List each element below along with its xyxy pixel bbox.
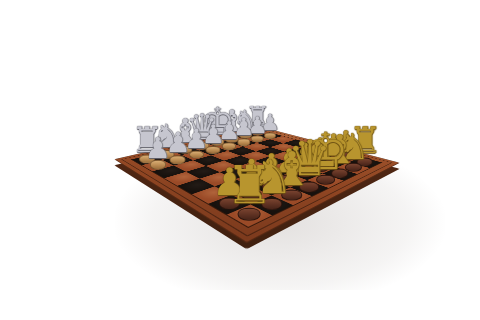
piece-wooden-base	[170, 155, 186, 164]
piece-gold-rook[interactable]: ♜	[226, 158, 273, 220]
piece-wooden-base	[150, 160, 167, 169]
piece-wooden-base	[189, 150, 204, 159]
silver-pawn-glyph: ♟	[145, 133, 171, 162]
piece-wooden-base	[238, 208, 261, 221]
pieces-layer: ♜♞♝♛♚♝♞♜♟♟♟♟♟♟♟♟♟♟♟♟♟♟♟♟♜♞♝♛♚♝♞♜	[0, 0, 480, 320]
gold-rook-glyph: ♜	[226, 158, 273, 210]
piece-silver-pawn[interactable]: ♟	[145, 133, 171, 169]
product-photo-scene: ♜♞♝♛♚♝♞♜♟♟♟♟♟♟♟♟♟♟♟♟♟♟♟♟♜♞♝♛♚♝♞♜	[0, 0, 480, 320]
